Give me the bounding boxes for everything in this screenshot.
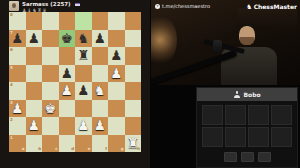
- rank-label-5: 5: [10, 66, 13, 70]
- square-e4[interactable]: ♟: [75, 82, 92, 100]
- lamp-glow: [151, 14, 177, 66]
- square-f6[interactable]: [92, 47, 109, 65]
- black-pawn-d5[interactable]: ♟: [59, 65, 76, 83]
- white-knight-f4[interactable]: ♞: [92, 82, 109, 100]
- file-label-e: e: [88, 147, 91, 151]
- right-column: t.me/chessmaestro ♞ ChessMaster Bobo: [150, 0, 300, 168]
- square-g1[interactable]: g: [108, 135, 125, 153]
- webcam-feed: t.me/chessmaestro ♞ ChessMaster: [151, 0, 300, 85]
- square-b6[interactable]: [26, 47, 43, 65]
- square-g2[interactable]: [108, 117, 125, 135]
- square-h7[interactable]: [125, 30, 142, 48]
- white-pawn-g5[interactable]: ♟: [108, 65, 125, 83]
- bottom-player-bar: ✓ MassCatta (2287) ♟: [0, 152, 150, 168]
- square-g4[interactable]: [108, 82, 125, 100]
- square-a2[interactable]: 2: [9, 117, 26, 135]
- panel-tile-5[interactable]: [202, 127, 223, 147]
- square-d1[interactable]: d: [59, 135, 76, 153]
- top-player-rating: (2257): [50, 1, 70, 7]
- square-e7[interactable]: ♞: [75, 30, 92, 48]
- square-b2[interactable]: ♟: [26, 117, 43, 135]
- square-a7[interactable]: 7♟: [9, 30, 26, 48]
- side-panel-footer: [197, 152, 297, 162]
- rank-label-2: 2: [10, 118, 13, 122]
- white-pawn-f2[interactable]: ♟: [92, 117, 109, 135]
- square-e5[interactable]: [75, 65, 92, 83]
- panel-footer-button-1[interactable]: [224, 152, 237, 162]
- panel-tile-1[interactable]: [202, 105, 223, 125]
- black-pawn-a7[interactable]: ♟: [9, 30, 26, 48]
- square-c2[interactable]: [42, 117, 59, 135]
- white-pawn-b2[interactable]: ♟: [26, 117, 43, 135]
- rank-label-6: 6: [10, 48, 13, 52]
- square-h4[interactable]: [125, 82, 142, 100]
- white-pawn-e2[interactable]: ♟: [75, 117, 92, 135]
- black-pawn-f7[interactable]: ♟: [92, 30, 109, 48]
- stream-screen: Sarmass (2257) ♟♝♞♜♛ 87♟♟♚♞♟6♜♟5♟♟4♟♟♞3♟…: [0, 0, 300, 168]
- square-h2[interactable]: [125, 117, 142, 135]
- rank-label-1: 1: [10, 136, 13, 140]
- square-b8[interactable]: [26, 12, 43, 30]
- file-label-d: d: [71, 147, 74, 151]
- white-pawn-a3[interactable]: ♟: [9, 100, 26, 118]
- square-c1[interactable]: c: [42, 135, 59, 153]
- file-label-a: a: [22, 147, 25, 151]
- square-b5[interactable]: [26, 65, 43, 83]
- panel-tile-2[interactable]: [225, 105, 246, 125]
- panel-tile-7[interactable]: [248, 127, 269, 147]
- white-pawn-d4[interactable]: ♟: [59, 82, 76, 100]
- square-f2[interactable]: ♟: [92, 117, 109, 135]
- square-c6[interactable]: [42, 47, 59, 65]
- square-f7[interactable]: ♟: [92, 30, 109, 48]
- brand-name: ChessMaster: [254, 3, 297, 10]
- square-h3[interactable]: [125, 100, 142, 118]
- white-king-c3[interactable]: ♚: [42, 100, 59, 118]
- streamer-beard: [240, 37, 254, 45]
- rank-label-8: 8: [10, 13, 13, 17]
- square-f4[interactable]: ♞: [92, 82, 109, 100]
- black-pawn-e4[interactable]: ♟: [75, 82, 92, 100]
- square-g3[interactable]: [108, 100, 125, 118]
- square-g6[interactable]: ♟: [108, 47, 125, 65]
- top-player-bar: Sarmass (2257) ♟♝♞♜♛: [0, 0, 150, 12]
- square-h6[interactable]: [125, 47, 142, 65]
- microphone-icon: [213, 40, 222, 53]
- square-e1[interactable]: e: [75, 135, 92, 153]
- black-pawn-b7[interactable]: ♟: [26, 30, 43, 48]
- square-f5[interactable]: [92, 65, 109, 83]
- square-d7[interactable]: ♚: [59, 30, 76, 48]
- square-c7[interactable]: [42, 30, 59, 48]
- square-d6[interactable]: [59, 47, 76, 65]
- square-h8[interactable]: [125, 12, 142, 30]
- square-b1[interactable]: b: [26, 135, 43, 153]
- panel-tile-6[interactable]: [225, 127, 246, 147]
- square-b4[interactable]: [26, 82, 43, 100]
- file-label-c: c: [55, 147, 57, 151]
- square-a4[interactable]: 4: [9, 82, 26, 100]
- cam-overlay: t.me/chessmaestro ♞ ChessMaster: [155, 3, 297, 10]
- brand-logo: ♞ ChessMaster: [246, 3, 297, 10]
- chess-board[interactable]: 87♟♟♚♞♟6♜♟5♟♟4♟♟♞3♟♚2♟♟♟1abcdefgh♜: [9, 12, 141, 152]
- square-a3[interactable]: 3♟: [9, 100, 26, 118]
- panel-footer-button-2[interactable]: [241, 152, 254, 162]
- file-label-f: f: [105, 147, 107, 151]
- square-f1[interactable]: f: [92, 135, 109, 153]
- square-h1[interactable]: h♜: [125, 135, 142, 153]
- black-king-d7[interactable]: ♚: [59, 30, 76, 48]
- square-g5[interactable]: ♟: [108, 65, 125, 83]
- square-f3[interactable]: [92, 100, 109, 118]
- file-label-b: b: [38, 147, 41, 151]
- top-player-flag-icon: [75, 3, 80, 7]
- panel-footer-button-3[interactable]: [258, 152, 271, 162]
- square-e3[interactable]: [75, 100, 92, 118]
- side-panel-card: Bobo: [196, 87, 298, 168]
- square-f8[interactable]: [92, 12, 109, 30]
- board-panel: Sarmass (2257) ♟♝♞♜♛ 87♟♟♚♞♟6♜♟5♟♟4♟♟♞3♟…: [0, 0, 150, 168]
- channel-link[interactable]: t.me/chessmaestro: [155, 3, 210, 9]
- channel-url-text: t.me/chessmaestro: [162, 3, 210, 9]
- square-h5[interactable]: [125, 65, 142, 83]
- square-e8[interactable]: [75, 12, 92, 30]
- square-c5[interactable]: [42, 65, 59, 83]
- square-d3[interactable]: [59, 100, 76, 118]
- square-a6[interactable]: 6: [9, 47, 26, 65]
- square-e6[interactable]: ♜: [75, 47, 92, 65]
- square-d4[interactable]: ♟: [59, 82, 76, 100]
- square-g7[interactable]: [108, 30, 125, 48]
- square-a5[interactable]: 5: [9, 65, 26, 83]
- square-d5[interactable]: ♟: [59, 65, 76, 83]
- panel-tile-8[interactable]: [271, 127, 292, 147]
- white-rook-h1[interactable]: ♜: [125, 135, 142, 153]
- telegram-icon: [155, 4, 160, 9]
- square-e2[interactable]: ♟: [75, 117, 92, 135]
- panel-tile-3[interactable]: [248, 105, 269, 125]
- user-icon: [233, 91, 240, 98]
- panel-tile-4[interactable]: [271, 105, 292, 125]
- square-d2[interactable]: [59, 117, 76, 135]
- black-pawn-g6[interactable]: ♟: [108, 47, 125, 65]
- file-label-g: g: [121, 147, 124, 151]
- side-panel-grid: [197, 101, 297, 149]
- square-c4[interactable]: [42, 82, 59, 100]
- square-a8[interactable]: 8: [9, 12, 26, 30]
- square-d8[interactable]: [59, 12, 76, 30]
- square-g8[interactable]: [108, 12, 125, 30]
- side-panel-title: Bobo: [243, 91, 260, 98]
- side-panel-header: Bobo: [197, 88, 297, 101]
- square-a1[interactable]: 1a: [9, 135, 26, 153]
- top-player-avatar[interactable]: [9, 1, 19, 11]
- square-b3[interactable]: [26, 100, 43, 118]
- black-knight-e7[interactable]: ♞: [75, 30, 92, 48]
- rank-label-4: 4: [10, 83, 13, 87]
- knight-logo-icon: ♞: [246, 4, 252, 10]
- square-b7[interactable]: ♟: [26, 30, 43, 48]
- square-c8[interactable]: [42, 12, 59, 30]
- square-c3[interactable]: ♚: [42, 100, 59, 118]
- black-rook-e6[interactable]: ♜: [75, 47, 92, 65]
